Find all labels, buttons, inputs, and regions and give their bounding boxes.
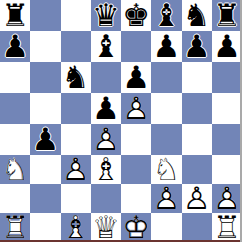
square-c3[interactable]: ♟♙ <box>61 155 91 184</box>
square-b1[interactable] <box>30 213 60 242</box>
piece-white-pawn[interactable]: ♟♙ <box>121 93 151 124</box>
square-h1[interactable]: ♜♖ <box>212 213 242 242</box>
square-h4[interactable] <box>212 124 242 155</box>
piece-black-queen[interactable]: ♛ <box>91 0 121 31</box>
piece-black-pawn[interactable]: ♟ <box>0 31 30 62</box>
piece-black-pawn[interactable]: ♟ <box>121 62 151 93</box>
piece-black-pawn[interactable]: ♟ <box>151 31 181 62</box>
piece-black-king[interactable]: ♚ <box>121 0 151 31</box>
square-h8[interactable]: ♜ <box>212 0 242 31</box>
square-b2[interactable] <box>30 184 60 213</box>
piece-black-rook[interactable]: ♜ <box>212 0 242 31</box>
white-piece-outline-layer: ♖ <box>0 213 30 242</box>
square-f1[interactable] <box>151 213 181 242</box>
square-c6[interactable]: ♞ <box>61 62 91 93</box>
square-e3[interactable] <box>121 155 151 184</box>
square-a1[interactable]: ♜♖ <box>0 213 30 242</box>
square-a5[interactable] <box>0 93 30 124</box>
white-piece-outline-layer: ♕ <box>91 213 121 242</box>
square-e4[interactable] <box>121 124 151 155</box>
piece-white-rook[interactable]: ♜♖ <box>212 213 242 242</box>
square-g5[interactable] <box>182 93 212 124</box>
square-g4[interactable] <box>182 124 212 155</box>
square-e5[interactable]: ♟♙ <box>121 93 151 124</box>
square-h6[interactable] <box>212 62 242 93</box>
white-piece-outline-layer: ♙ <box>121 93 151 124</box>
square-a8[interactable]: ♜ <box>0 0 30 31</box>
square-g6[interactable] <box>182 62 212 93</box>
square-g8[interactable]: ♞ <box>182 0 212 31</box>
square-b4[interactable]: ♟ <box>30 124 60 155</box>
white-piece-outline-layer: ♗ <box>61 213 91 242</box>
piece-white-pawn[interactable]: ♟♙ <box>182 184 212 213</box>
piece-white-queen[interactable]: ♛♕ <box>91 213 121 242</box>
piece-black-pawn[interactable]: ♟ <box>91 93 121 124</box>
piece-black-knight[interactable]: ♞ <box>61 62 91 93</box>
square-d6[interactable] <box>91 62 121 93</box>
square-g1[interactable] <box>182 213 212 242</box>
piece-white-rook[interactable]: ♜♖ <box>0 213 30 242</box>
white-piece-outline-layer: ♙ <box>182 184 212 213</box>
piece-black-knight[interactable]: ♞ <box>182 0 212 31</box>
square-b7[interactable] <box>30 31 60 62</box>
square-d3[interactable]: ♝♗ <box>91 155 121 184</box>
piece-black-rook[interactable]: ♜ <box>0 0 30 31</box>
piece-white-bishop[interactable]: ♝♗ <box>61 213 91 242</box>
square-b8[interactable] <box>30 0 60 31</box>
square-c5[interactable] <box>61 93 91 124</box>
square-e8[interactable]: ♚ <box>121 0 151 31</box>
square-f8[interactable]: ♝ <box>151 0 181 31</box>
square-b5[interactable] <box>30 93 60 124</box>
square-c1[interactable]: ♝♗ <box>61 213 91 242</box>
square-f2[interactable]: ♟♙ <box>151 184 181 213</box>
piece-black-bishop[interactable]: ♝ <box>151 0 181 31</box>
white-piece-outline-layer: ♙ <box>61 155 91 184</box>
piece-black-pawn[interactable]: ♟ <box>30 124 60 155</box>
square-e1[interactable]: ♚♔ <box>121 213 151 242</box>
piece-white-pawn[interactable]: ♟♙ <box>61 155 91 184</box>
square-e7[interactable] <box>121 31 151 62</box>
square-b6[interactable] <box>30 62 60 93</box>
square-e6[interactable]: ♟ <box>121 62 151 93</box>
white-piece-outline-layer: ♔ <box>121 213 151 242</box>
square-h7[interactable]: ♟ <box>212 31 242 62</box>
board-right-edge <box>240 0 242 242</box>
piece-white-king[interactable]: ♚♔ <box>121 213 151 242</box>
square-d7[interactable]: ♝ <box>91 31 121 62</box>
white-piece-outline-layer: ♙ <box>151 184 181 213</box>
square-g7[interactable]: ♟ <box>182 31 212 62</box>
piece-black-pawn[interactable]: ♟ <box>182 31 212 62</box>
piece-white-knight[interactable]: ♞♘ <box>0 155 30 184</box>
square-f7[interactable]: ♟ <box>151 31 181 62</box>
square-h5[interactable] <box>212 93 242 124</box>
white-piece-outline-layer: ♗ <box>91 155 121 184</box>
square-d8[interactable]: ♛ <box>91 0 121 31</box>
square-a3[interactable]: ♞♘ <box>0 155 30 184</box>
piece-white-bishop[interactable]: ♝♗ <box>91 155 121 184</box>
piece-white-pawn[interactable]: ♟♙ <box>151 184 181 213</box>
chess-board: ♜♛♚♝♞♜♟♝♟♟♟♞♟♟♟♙♟♟♙♞♘♟♙♝♗♞♘♟♙♟♙♟♙♜♖♝♗♛♕♚… <box>0 0 242 242</box>
piece-black-pawn[interactable]: ♟ <box>212 31 242 62</box>
square-d5[interactable]: ♟ <box>91 93 121 124</box>
white-piece-outline-layer: ♖ <box>212 213 242 242</box>
square-c8[interactable] <box>61 0 91 31</box>
square-d1[interactable]: ♛♕ <box>91 213 121 242</box>
square-f5[interactable] <box>151 93 181 124</box>
square-a7[interactable]: ♟ <box>0 31 30 62</box>
square-a6[interactable] <box>0 62 30 93</box>
square-b3[interactable] <box>30 155 60 184</box>
white-piece-outline-layer: ♘ <box>0 155 30 184</box>
square-g2[interactable]: ♟♙ <box>182 184 212 213</box>
piece-black-bishop[interactable]: ♝ <box>91 31 121 62</box>
square-c7[interactable] <box>61 31 91 62</box>
square-f6[interactable] <box>151 62 181 93</box>
